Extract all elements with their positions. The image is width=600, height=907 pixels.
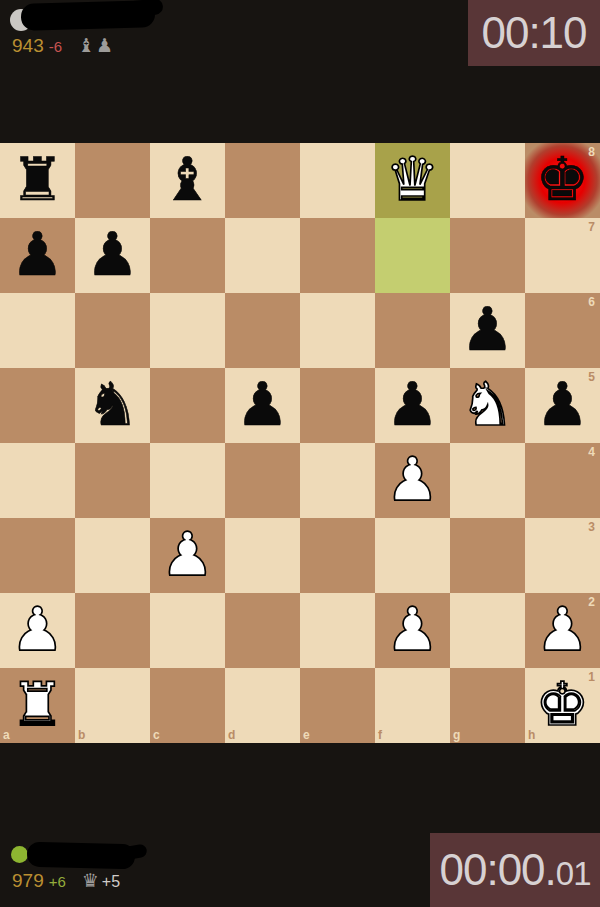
square-h2[interactable]: 2♟ [525,593,600,668]
top-player-clock-time: 00:10 [481,8,586,58]
top-player-clock: 00:10 [468,0,600,66]
square-a1[interactable]: a♜ [0,668,75,743]
square-h7[interactable]: 7 [525,218,600,293]
top-player-captured-tray: ♝♟ [78,34,114,56]
piece-black-pawn[interactable]: ♟ [0,218,75,293]
square-g3[interactable] [450,518,525,593]
square-c4[interactable] [150,443,225,518]
square-f2[interactable]: ♟ [375,593,450,668]
piece-black-pawn[interactable]: ♟ [450,293,525,368]
bottom-player-captured-tray: ♛ [82,869,100,891]
bottom-player-stats: 979 +6 ♛ +5 [12,869,120,892]
square-b6[interactable] [75,293,150,368]
piece-white-pawn[interactable]: ♟ [375,593,450,668]
square-h5[interactable]: 5♟ [525,368,600,443]
square-c2[interactable] [150,593,225,668]
square-d2[interactable] [225,593,300,668]
square-g6[interactable]: ♟ [450,293,525,368]
square-h8[interactable]: 8♚ [525,143,600,218]
piece-black-pawn[interactable]: ♟ [75,218,150,293]
square-e2[interactable] [300,593,375,668]
square-b5[interactable]: ♞ [75,368,150,443]
square-d4[interactable] [225,443,300,518]
file-label-e: e [303,729,310,741]
file-label-b: b [78,729,85,741]
square-b3[interactable] [75,518,150,593]
file-label-f: f [378,729,382,741]
piece-black-pawn[interactable]: ♟ [375,368,450,443]
piece-black-pawn[interactable]: ♟ [225,368,300,443]
square-a5[interactable] [0,368,75,443]
square-h3[interactable]: 3 [525,518,600,593]
top-player-rating: 943 [12,35,44,57]
square-c8[interactable]: ♝ [150,143,225,218]
square-g8[interactable] [450,143,525,218]
square-a6[interactable] [0,293,75,368]
square-e7[interactable] [300,218,375,293]
square-f8[interactable]: ♛ [375,143,450,218]
captured-queen-icon: ♛ [82,869,100,891]
square-h6[interactable]: 6 [525,293,600,368]
square-a2[interactable]: ♟ [0,593,75,668]
captured-bishop-icon: ♝ [78,34,96,56]
square-e1[interactable]: e [300,668,375,743]
piece-white-pawn[interactable]: ♟ [150,518,225,593]
square-f1[interactable]: f [375,668,450,743]
file-label-g: g [453,729,460,741]
piece-white-knight[interactable]: ♞ [450,368,525,443]
square-h1[interactable]: 1h♚ [525,668,600,743]
square-a8[interactable]: ♜ [0,143,75,218]
square-d3[interactable] [225,518,300,593]
file-label-c: c [153,729,160,741]
square-e6[interactable] [300,293,375,368]
square-b7[interactable]: ♟ [75,218,150,293]
square-e8[interactable] [300,143,375,218]
piece-black-rook[interactable]: ♜ [0,143,75,218]
bottom-player-material-advantage: +5 [102,873,120,891]
square-g5[interactable]: ♞ [450,368,525,443]
bottom-player-online-dot [11,846,28,863]
square-b1[interactable]: b [75,668,150,743]
square-e5[interactable] [300,368,375,443]
square-a4[interactable] [0,443,75,518]
bottom-player-clock-time: 00:00. [439,845,555,895]
rank-label-6: 6 [588,296,595,308]
square-b4[interactable] [75,443,150,518]
square-f7[interactable] [375,218,450,293]
bottom-player-clock: 00:00. 01 [430,833,600,907]
bottom-player-clock-tenths: 01 [556,855,591,893]
piece-white-king[interactable]: ♚ [525,668,600,743]
square-a3[interactable] [0,518,75,593]
square-f4[interactable]: ♟ [375,443,450,518]
top-player-rating-change: -6 [49,38,62,55]
bottom-player-rating-change: +6 [49,873,66,890]
square-b8[interactable] [75,143,150,218]
square-c7[interactable] [150,218,225,293]
square-c1[interactable]: c [150,668,225,743]
square-g4[interactable] [450,443,525,518]
piece-white-pawn[interactable]: ♟ [525,593,600,668]
square-f5[interactable]: ♟ [375,368,450,443]
rank-label-4: 4 [588,446,595,458]
square-b2[interactable] [75,593,150,668]
piece-white-rook[interactable]: ♜ [0,668,75,743]
square-d7[interactable] [225,218,300,293]
piece-white-queen[interactable]: ♛ [375,143,450,218]
rank-label-7: 7 [588,221,595,233]
piece-black-king[interactable]: ♚ [525,143,600,218]
square-c3[interactable]: ♟ [150,518,225,593]
square-f3[interactable] [375,518,450,593]
square-e4[interactable] [300,443,375,518]
piece-white-pawn[interactable]: ♟ [375,443,450,518]
square-d8[interactable] [225,143,300,218]
square-d5[interactable]: ♟ [225,368,300,443]
square-g7[interactable] [450,218,525,293]
bottom-player-rating: 979 [12,870,44,892]
square-d1[interactable]: d [225,668,300,743]
square-g2[interactable] [450,593,525,668]
piece-black-pawn[interactable]: ♟ [525,368,600,443]
piece-black-bishop[interactable]: ♝ [150,143,225,218]
square-d6[interactable] [225,293,300,368]
square-f6[interactable] [375,293,450,368]
square-a7[interactable]: ♟ [0,218,75,293]
square-c5[interactable] [150,368,225,443]
rank-label-3: 3 [588,521,595,533]
square-g1[interactable]: g [450,668,525,743]
game-screen: 943 -6 ♝♟ 00:10 ♜♝♛8♚♟♟7♟6♞♟♟♞5♟♟4♟3♟♟2♟… [0,0,600,907]
piece-black-knight[interactable]: ♞ [75,368,150,443]
piece-white-pawn[interactable]: ♟ [0,593,75,668]
square-e3[interactable] [300,518,375,593]
top-player-stats: 943 -6 ♝♟ [12,34,114,57]
chess-board[interactable]: ♜♝♛8♚♟♟7♟6♞♟♟♞5♟♟4♟3♟♟2♟a♜bcdefg1h♚ [0,143,600,743]
square-h4[interactable]: 4 [525,443,600,518]
file-label-d: d [228,729,235,741]
square-c6[interactable] [150,293,225,368]
captured-pawn-icon: ♟ [96,34,114,56]
